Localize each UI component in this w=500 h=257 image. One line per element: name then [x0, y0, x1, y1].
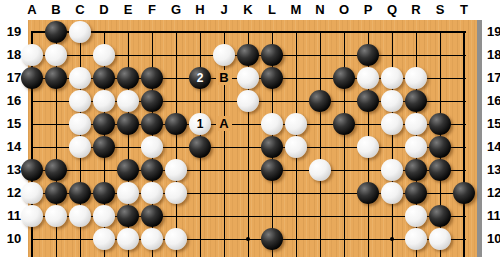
point-C11[interactable]	[68, 204, 92, 227]
point-J12[interactable]	[212, 181, 236, 204]
point-N17[interactable]	[308, 66, 332, 89]
point-M15[interactable]	[284, 112, 308, 135]
white-stone-D10	[93, 228, 115, 250]
col-label-H: H	[188, 3, 212, 17]
point-Q15[interactable]	[380, 112, 404, 135]
point-G13[interactable]	[164, 158, 188, 181]
white-stone-B11	[45, 205, 67, 227]
point-M18[interactable]	[284, 43, 308, 66]
white-stone-G10	[165, 228, 187, 250]
point-P10[interactable]	[356, 227, 380, 250]
point-H13[interactable]	[188, 158, 212, 181]
point-K19[interactable]	[236, 20, 260, 43]
point-T15[interactable]	[452, 112, 476, 135]
col-label-M: M	[284, 3, 308, 17]
row-label-left-15: 15	[2, 113, 26, 135]
row-label-left-16: 16	[2, 90, 26, 112]
point-Q19[interactable]	[380, 20, 404, 43]
white-stone-E10	[117, 228, 139, 250]
point-J13[interactable]	[212, 158, 236, 181]
black-stone-L17	[261, 67, 283, 89]
white-stone-D11	[93, 205, 115, 227]
row-label-left-18: 18	[2, 44, 26, 66]
point-O14[interactable]	[332, 135, 356, 158]
black-stone-D12	[93, 182, 115, 204]
point-N16[interactable]	[308, 89, 332, 112]
point-L13[interactable]	[260, 158, 284, 181]
point-G19[interactable]	[164, 20, 188, 43]
point-L12[interactable]	[260, 181, 284, 204]
point-R16[interactable]	[404, 89, 428, 112]
point-label-A: A	[216, 116, 231, 131]
white-stone-Q15	[381, 113, 403, 135]
point-R11[interactable]	[404, 204, 428, 227]
move-label-1: 1	[197, 118, 204, 130]
row-label-right-12: 12	[485, 182, 500, 204]
white-stone-S10	[429, 228, 451, 250]
black-stone-P12	[357, 182, 379, 204]
point-L19[interactable]	[260, 20, 284, 43]
point-C16[interactable]	[68, 89, 92, 112]
col-label-J: J	[212, 3, 236, 17]
point-C18[interactable]	[68, 43, 92, 66]
point-K17[interactable]	[236, 66, 260, 89]
point-M19[interactable]	[284, 20, 308, 43]
white-stone-B18	[45, 44, 67, 66]
point-F10[interactable]	[140, 227, 164, 250]
white-stone-Q13	[381, 159, 403, 181]
black-stone-F16	[141, 90, 163, 112]
white-stone-E16	[117, 90, 139, 112]
point-P12[interactable]	[356, 181, 380, 204]
black-stone-O17	[333, 67, 355, 89]
point-D11[interactable]	[92, 204, 116, 227]
point-S17[interactable]	[428, 66, 452, 89]
point-P13[interactable]	[356, 158, 380, 181]
white-stone-M14	[285, 136, 307, 158]
col-label-S: S	[428, 3, 452, 17]
point-S19[interactable]	[428, 20, 452, 43]
black-stone-L13	[261, 159, 283, 181]
point-E12[interactable]	[116, 181, 140, 204]
white-stone-C19	[69, 21, 91, 43]
point-L16[interactable]	[260, 89, 284, 112]
black-stone-F15	[141, 113, 163, 135]
point-S10[interactable]	[428, 227, 452, 250]
white-stone-N13	[309, 159, 331, 181]
point-G16[interactable]	[164, 89, 188, 112]
black-stone-O15	[333, 113, 355, 135]
board-right-shadow	[477, 20, 482, 257]
row-label-left-19: 19	[2, 21, 26, 43]
col-label-D: D	[92, 3, 116, 17]
point-C17[interactable]	[68, 66, 92, 89]
point-S11[interactable]	[428, 204, 452, 227]
row-label-right-15: 15	[485, 113, 500, 135]
point-G11[interactable]	[164, 204, 188, 227]
point-R13[interactable]	[404, 158, 428, 181]
point-J11[interactable]	[212, 204, 236, 227]
row-label-right-13: 13	[485, 159, 500, 181]
col-label-O: O	[332, 3, 356, 17]
move-label-2: 2	[197, 72, 204, 84]
col-label-P: P	[356, 3, 380, 17]
col-label-T: T	[452, 3, 476, 17]
point-B12[interactable]	[44, 181, 68, 204]
white-stone-R14	[405, 136, 427, 158]
point-T19[interactable]	[452, 20, 476, 43]
point-B13[interactable]	[44, 158, 68, 181]
row-label-left-10: 10	[2, 228, 26, 250]
point-M11[interactable]	[284, 204, 308, 227]
point-N19[interactable]	[308, 20, 332, 43]
white-stone-M15	[285, 113, 307, 135]
point-S15[interactable]	[428, 112, 452, 135]
black-stone-D17	[93, 67, 115, 89]
point-B19[interactable]	[44, 20, 68, 43]
black-stone-L14	[261, 136, 283, 158]
black-stone-L18	[261, 44, 283, 66]
point-B11[interactable]	[44, 204, 68, 227]
point-B14[interactable]	[44, 135, 68, 158]
point-J15[interactable]: A	[212, 112, 236, 135]
white-stone-R11	[405, 205, 427, 227]
white-stone-G13	[165, 159, 187, 181]
black-stone-R16	[405, 90, 427, 112]
point-M17[interactable]	[284, 66, 308, 89]
black-stone-S13	[429, 159, 451, 181]
white-stone-E12	[117, 182, 139, 204]
point-P15[interactable]	[356, 112, 380, 135]
col-label-C: C	[68, 3, 92, 17]
point-B17[interactable]	[44, 66, 68, 89]
white-stone-P14	[357, 136, 379, 158]
point-S14[interactable]	[428, 135, 452, 158]
black-stone-E15	[117, 113, 139, 135]
black-stone-G15	[165, 113, 187, 135]
point-R15[interactable]	[404, 112, 428, 135]
point-M14[interactable]	[284, 135, 308, 158]
point-L14[interactable]	[260, 135, 284, 158]
point-J17[interactable]: B	[212, 66, 236, 89]
point-R12[interactable]	[404, 181, 428, 204]
point-D16[interactable]	[92, 89, 116, 112]
point-E17[interactable]	[116, 66, 140, 89]
point-Q17[interactable]	[380, 66, 404, 89]
white-stone-K17	[237, 67, 259, 89]
black-stone-L10	[261, 228, 283, 250]
row-label-right-17: 17	[485, 67, 500, 89]
point-C12[interactable]	[68, 181, 92, 204]
point-Q14[interactable]	[380, 135, 404, 158]
white-stone-J18	[213, 44, 235, 66]
point-M13[interactable]	[284, 158, 308, 181]
point-C13[interactable]	[68, 158, 92, 181]
point-O11[interactable]	[332, 204, 356, 227]
point-Q18[interactable]	[380, 43, 404, 66]
point-H14[interactable]	[188, 135, 212, 158]
col-label-Q: Q	[380, 3, 404, 17]
point-H19[interactable]	[188, 20, 212, 43]
white-stone-Q16	[381, 90, 403, 112]
point-Q10[interactable]	[380, 227, 404, 250]
point-P19[interactable]	[356, 20, 380, 43]
white-stone-R10	[405, 228, 427, 250]
point-K13[interactable]	[236, 158, 260, 181]
white-stone-D18	[93, 44, 115, 66]
point-N18[interactable]	[308, 43, 332, 66]
point-K12[interactable]	[236, 181, 260, 204]
point-P16[interactable]	[356, 89, 380, 112]
col-label-F: F	[140, 3, 164, 17]
point-R14[interactable]	[404, 135, 428, 158]
point-D10[interactable]	[92, 227, 116, 250]
point-B15[interactable]	[44, 112, 68, 135]
point-F18[interactable]	[140, 43, 164, 66]
point-T11[interactable]	[452, 204, 476, 227]
point-T16[interactable]	[452, 89, 476, 112]
point-M10[interactable]	[284, 227, 308, 250]
point-O10[interactable]	[332, 227, 356, 250]
white-stone-F12	[141, 182, 163, 204]
row-label-left-12: 12	[2, 182, 26, 204]
point-Q16[interactable]	[380, 89, 404, 112]
point-C10[interactable]	[68, 227, 92, 250]
point-M12[interactable]	[284, 181, 308, 204]
point-O12[interactable]	[332, 181, 356, 204]
point-K18[interactable]	[236, 43, 260, 66]
point-H12[interactable]	[188, 181, 212, 204]
point-T13[interactable]	[452, 158, 476, 181]
point-N11[interactable]	[308, 204, 332, 227]
point-G15[interactable]	[164, 112, 188, 135]
point-J14[interactable]	[212, 135, 236, 158]
point-Q12[interactable]	[380, 181, 404, 204]
point-B18[interactable]	[44, 43, 68, 66]
point-E18[interactable]	[116, 43, 140, 66]
white-stone-F14	[141, 136, 163, 158]
point-E14[interactable]	[116, 135, 140, 158]
point-T17[interactable]	[452, 66, 476, 89]
point-B16[interactable]	[44, 89, 68, 112]
point-J10[interactable]	[212, 227, 236, 250]
row-label-left-11: 11	[2, 205, 26, 227]
point-E15[interactable]	[116, 112, 140, 135]
point-L18[interactable]	[260, 43, 284, 66]
row-label-right-16: 16	[485, 90, 500, 112]
point-S18[interactable]	[428, 43, 452, 66]
black-stone-E11	[117, 205, 139, 227]
point-P11[interactable]	[356, 204, 380, 227]
black-stone-N16	[309, 90, 331, 112]
black-stone-B17	[45, 67, 67, 89]
go-diagram: 2B1A ABCDEFGHJKLMNOPQRST 191817161514131…	[0, 0, 500, 257]
row-label-left-14: 14	[2, 136, 26, 158]
point-F11[interactable]	[140, 204, 164, 227]
point-F12[interactable]	[140, 181, 164, 204]
white-stone-Q12	[381, 182, 403, 204]
point-H16[interactable]	[188, 89, 212, 112]
point-H18[interactable]	[188, 43, 212, 66]
point-O15[interactable]	[332, 112, 356, 135]
point-L11[interactable]	[260, 204, 284, 227]
point-G14[interactable]	[164, 135, 188, 158]
point-T10[interactable]	[452, 227, 476, 250]
point-L15[interactable]	[260, 112, 284, 135]
point-H15[interactable]: 1	[188, 112, 212, 135]
point-R10[interactable]	[404, 227, 428, 250]
point-K14[interactable]	[236, 135, 260, 158]
black-stone-F17	[141, 67, 163, 89]
point-O17[interactable]	[332, 66, 356, 89]
point-R17[interactable]	[404, 66, 428, 89]
point-N15[interactable]	[308, 112, 332, 135]
point-E13[interactable]	[116, 158, 140, 181]
black-stone-K18	[237, 44, 259, 66]
point-R18[interactable]	[404, 43, 428, 66]
point-K16[interactable]	[236, 89, 260, 112]
row-label-right-14: 14	[485, 136, 500, 158]
white-stone-R15	[405, 113, 427, 135]
point-D13[interactable]	[92, 158, 116, 181]
point-P18[interactable]	[356, 43, 380, 66]
black-stone-H14	[189, 136, 211, 158]
black-stone-B19	[45, 21, 67, 43]
white-stone-C11	[69, 205, 91, 227]
point-K11[interactable]	[236, 204, 260, 227]
white-stone-R17	[405, 67, 427, 89]
point-Q11[interactable]	[380, 204, 404, 227]
point-N12[interactable]	[308, 181, 332, 204]
point-C15[interactable]	[68, 112, 92, 135]
black-stone-S14	[429, 136, 451, 158]
black-stone-D15	[93, 113, 115, 135]
point-S13[interactable]	[428, 158, 452, 181]
point-E11[interactable]	[116, 204, 140, 227]
point-F19[interactable]	[140, 20, 164, 43]
point-B10[interactable]	[44, 227, 68, 250]
white-stone-L15	[261, 113, 283, 135]
col-label-R: R	[404, 3, 428, 17]
white-stone-Q17	[381, 67, 403, 89]
point-F14[interactable]	[140, 135, 164, 158]
black-stone-H17: 2	[189, 67, 211, 89]
point-O13[interactable]	[332, 158, 356, 181]
point-T14[interactable]	[452, 135, 476, 158]
point-J18[interactable]	[212, 43, 236, 66]
black-stone-P16	[357, 90, 379, 112]
white-stone-H15: 1	[189, 113, 211, 135]
black-stone-R12	[405, 182, 427, 204]
point-J19[interactable]	[212, 20, 236, 43]
black-stone-E17	[117, 67, 139, 89]
point-D12[interactable]	[92, 181, 116, 204]
point-G18[interactable]	[164, 43, 188, 66]
point-O16[interactable]	[332, 89, 356, 112]
black-stone-B12	[45, 182, 67, 204]
black-stone-S11	[429, 205, 451, 227]
white-stone-C17	[69, 67, 91, 89]
point-G12[interactable]	[164, 181, 188, 204]
point-C19[interactable]	[68, 20, 92, 43]
point-M16[interactable]	[284, 89, 308, 112]
point-K10[interactable]	[236, 227, 260, 250]
point-N13[interactable]	[308, 158, 332, 181]
point-Q13[interactable]	[380, 158, 404, 181]
col-label-A: A	[20, 3, 44, 17]
point-N14[interactable]	[308, 135, 332, 158]
point-F13[interactable]	[140, 158, 164, 181]
col-label-B: B	[44, 3, 68, 17]
black-stone-B13	[45, 159, 67, 181]
point-H10[interactable]	[188, 227, 212, 250]
black-stone-P18	[357, 44, 379, 66]
point-P17[interactable]	[356, 66, 380, 89]
point-K15[interactable]	[236, 112, 260, 135]
point-L10[interactable]	[260, 227, 284, 250]
point-D14[interactable]	[92, 135, 116, 158]
col-label-K: K	[236, 3, 260, 17]
col-label-E: E	[116, 3, 140, 17]
white-stone-G12	[165, 182, 187, 204]
row-label-left-17: 17	[2, 67, 26, 89]
row-label-right-19: 19	[485, 21, 500, 43]
black-stone-T12	[453, 182, 475, 204]
point-T12[interactable]	[452, 181, 476, 204]
point-T18[interactable]	[452, 43, 476, 66]
black-stone-D14	[93, 136, 115, 158]
black-stone-F13	[141, 159, 163, 181]
white-stone-C15	[69, 113, 91, 135]
point-D17[interactable]	[92, 66, 116, 89]
point-L17[interactable]	[260, 66, 284, 89]
point-D18[interactable]	[92, 43, 116, 66]
point-G10[interactable]	[164, 227, 188, 250]
point-E16[interactable]	[116, 89, 140, 112]
col-label-L: L	[260, 3, 284, 17]
point-N10[interactable]	[308, 227, 332, 250]
point-O18[interactable]	[332, 43, 356, 66]
row-label-right-11: 11	[485, 205, 500, 227]
point-R19[interactable]	[404, 20, 428, 43]
point-S12[interactable]	[428, 181, 452, 204]
row-label-right-18: 18	[485, 44, 500, 66]
point-F15[interactable]	[140, 112, 164, 135]
black-stone-E13	[117, 159, 139, 181]
black-stone-C12	[69, 182, 91, 204]
black-stone-F11	[141, 205, 163, 227]
white-stone-C16	[69, 90, 91, 112]
point-H11[interactable]	[188, 204, 212, 227]
row-label-left-13: 13	[2, 159, 26, 181]
white-stone-C14	[69, 136, 91, 158]
point-G17[interactable]	[164, 66, 188, 89]
point-P14[interactable]	[356, 135, 380, 158]
point-H17[interactable]: 2	[188, 66, 212, 89]
point-F17[interactable]	[140, 66, 164, 89]
white-stone-K16	[237, 90, 259, 112]
point-D15[interactable]	[92, 112, 116, 135]
point-E10[interactable]	[116, 227, 140, 250]
point-J16[interactable]	[212, 89, 236, 112]
point-O19[interactable]	[332, 20, 356, 43]
point-C14[interactable]	[68, 135, 92, 158]
point-E19[interactable]	[116, 20, 140, 43]
point-D19[interactable]	[92, 20, 116, 43]
point-F16[interactable]	[140, 89, 164, 112]
point-S16[interactable]	[428, 89, 452, 112]
row-label-right-10: 10	[485, 228, 500, 250]
